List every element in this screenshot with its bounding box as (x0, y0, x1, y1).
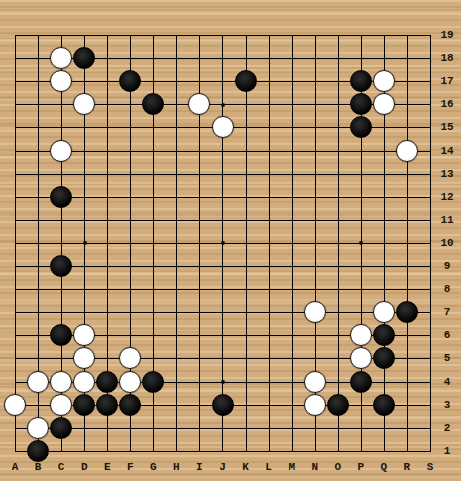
row-label-11: 11 (437, 213, 457, 227)
stone-black-F3[interactable] (119, 394, 141, 416)
col-label-E: E (99, 460, 115, 474)
col-label-H: H (168, 460, 184, 474)
stone-white-C3[interactable] (50, 394, 72, 416)
stone-black-E4[interactable] (96, 371, 118, 393)
stone-white-I16[interactable] (188, 93, 210, 115)
row-label-13: 13 (437, 167, 457, 181)
grid-vline-K (246, 35, 247, 452)
stone-white-A3[interactable] (4, 394, 26, 416)
row-label-18: 18 (437, 51, 457, 65)
stone-black-F17[interactable] (119, 70, 141, 92)
stone-white-D4[interactable] (73, 371, 95, 393)
stone-white-D6[interactable] (73, 324, 95, 346)
stone-black-P4[interactable] (350, 371, 372, 393)
stone-white-P6[interactable] (350, 324, 372, 346)
col-label-N: N (307, 460, 323, 474)
col-label-P: P (353, 460, 369, 474)
grid-vline-H (176, 35, 177, 452)
stone-black-C2[interactable] (50, 417, 72, 439)
stone-white-B2[interactable] (27, 417, 49, 439)
star-point-P10 (359, 241, 363, 245)
stone-black-C12[interactable] (50, 186, 72, 208)
stone-white-C4[interactable] (50, 371, 72, 393)
row-label-9: 9 (437, 259, 457, 273)
stone-black-D3[interactable] (73, 394, 95, 416)
go-board[interactable]: ABCDEFGHIJKLMNOPQRS 19181716151413121110… (0, 0, 461, 481)
col-label-B: B (30, 460, 46, 474)
stone-white-F4[interactable] (119, 371, 141, 393)
grid-vline-S (430, 35, 431, 452)
stone-black-G4[interactable] (142, 371, 164, 393)
row-label-16: 16 (437, 97, 457, 111)
col-label-D: D (76, 460, 92, 474)
col-label-O: O (330, 460, 346, 474)
stone-white-C17[interactable] (50, 70, 72, 92)
col-label-G: G (145, 460, 161, 474)
stone-black-E3[interactable] (96, 394, 118, 416)
stone-black-Q5[interactable] (373, 347, 395, 369)
star-point-J16 (221, 103, 225, 107)
col-label-C: C (53, 460, 69, 474)
grid-vline-R (407, 35, 408, 452)
stone-white-C14[interactable] (50, 140, 72, 162)
stone-white-C18[interactable] (50, 47, 72, 69)
col-label-R: R (399, 460, 415, 474)
row-label-5: 5 (437, 351, 457, 365)
stone-black-Q6[interactable] (373, 324, 395, 346)
stone-black-P16[interactable] (350, 93, 372, 115)
stone-white-D16[interactable] (73, 93, 95, 115)
stone-black-R7[interactable] (396, 301, 418, 323)
go-board-screenshot: ABCDEFGHIJKLMNOPQRS 19181716151413121110… (0, 0, 461, 481)
stone-white-D5[interactable] (73, 347, 95, 369)
stone-black-K17[interactable] (235, 70, 257, 92)
row-label-1: 1 (437, 444, 457, 458)
col-label-L: L (261, 460, 277, 474)
row-label-19: 19 (437, 28, 457, 42)
stone-black-D18[interactable] (73, 47, 95, 69)
stone-white-Q16[interactable] (373, 93, 395, 115)
star-point-J10 (221, 241, 225, 245)
stone-black-C9[interactable] (50, 255, 72, 277)
grid-vline-O (338, 35, 339, 452)
stone-white-F5[interactable] (119, 347, 141, 369)
row-label-12: 12 (437, 190, 457, 204)
stone-black-O3[interactable] (327, 394, 349, 416)
stone-black-B1[interactable] (27, 440, 49, 462)
grid-vline-L (269, 35, 270, 452)
row-label-7: 7 (437, 305, 457, 319)
col-label-A: A (7, 460, 23, 474)
col-label-J: J (215, 460, 231, 474)
stone-black-P15[interactable] (350, 116, 372, 138)
stone-white-N7[interactable] (304, 301, 326, 323)
stone-white-N3[interactable] (304, 394, 326, 416)
star-point-J4 (221, 380, 225, 384)
stone-white-J15[interactable] (212, 116, 234, 138)
stone-white-B4[interactable] (27, 371, 49, 393)
row-label-6: 6 (437, 328, 457, 342)
col-label-S: S (422, 460, 438, 474)
row-label-4: 4 (437, 375, 457, 389)
stone-black-C6[interactable] (50, 324, 72, 346)
stone-white-Q7[interactable] (373, 301, 395, 323)
col-label-Q: Q (376, 460, 392, 474)
row-label-8: 8 (437, 282, 457, 296)
row-label-14: 14 (437, 144, 457, 158)
stone-black-P17[interactable] (350, 70, 372, 92)
grid-vline-A (15, 35, 16, 452)
stone-white-R14[interactable] (396, 140, 418, 162)
stone-black-G16[interactable] (142, 93, 164, 115)
stone-white-Q17[interactable] (373, 70, 395, 92)
col-label-M: M (284, 460, 300, 474)
stone-black-Q3[interactable] (373, 394, 395, 416)
row-label-3: 3 (437, 398, 457, 412)
stone-black-J3[interactable] (212, 394, 234, 416)
grid-vline-M (292, 35, 293, 452)
stone-white-P5[interactable] (350, 347, 372, 369)
stone-white-N4[interactable] (304, 371, 326, 393)
col-label-F: F (122, 460, 138, 474)
row-label-2: 2 (437, 421, 457, 435)
row-label-10: 10 (437, 236, 457, 250)
row-label-15: 15 (437, 120, 457, 134)
col-label-I: I (191, 460, 207, 474)
row-label-17: 17 (437, 74, 457, 88)
star-point-D10 (83, 241, 87, 245)
col-label-K: K (238, 460, 254, 474)
